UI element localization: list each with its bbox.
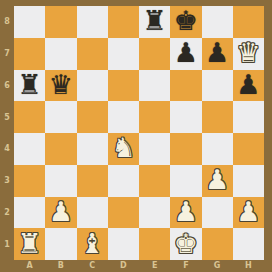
- white-king: ♚: [174, 230, 198, 257]
- square-a1[interactable]: ♜: [14, 228, 45, 260]
- white-pawn: ♟: [49, 198, 73, 225]
- square-h1[interactable]: [233, 228, 264, 260]
- file-label-f: F: [170, 258, 201, 272]
- square-d6[interactable]: [108, 70, 139, 102]
- square-g3[interactable]: ♟: [202, 165, 233, 197]
- black-rook: ♜: [18, 71, 42, 98]
- square-c7[interactable]: [77, 38, 108, 70]
- square-h4[interactable]: [233, 133, 264, 165]
- square-g1[interactable]: [202, 228, 233, 260]
- chess-diagram: 87654321 ♜♚♟♟♛♜♛♟♞♟♟♟♟♜♝♚ ABCDEFGH: [0, 0, 272, 272]
- rank-label-1: 1: [0, 228, 14, 260]
- square-d1[interactable]: [108, 228, 139, 260]
- white-rook: ♜: [18, 230, 42, 257]
- square-b2[interactable]: ♟: [45, 197, 76, 229]
- square-h2[interactable]: ♟: [233, 197, 264, 229]
- file-labels: ABCDEFGH: [14, 258, 264, 272]
- file-label-a: A: [14, 258, 45, 272]
- square-c1[interactable]: ♝: [77, 228, 108, 260]
- rank-label-7: 7: [0, 38, 14, 70]
- square-b6[interactable]: ♛: [45, 70, 76, 102]
- square-f6[interactable]: [170, 70, 201, 102]
- square-e8[interactable]: ♜: [139, 6, 170, 38]
- square-g2[interactable]: [202, 197, 233, 229]
- square-d7[interactable]: [108, 38, 139, 70]
- square-f3[interactable]: [170, 165, 201, 197]
- white-pawn: ♟: [236, 198, 260, 225]
- square-f4[interactable]: [170, 133, 201, 165]
- file-label-g: G: [202, 258, 233, 272]
- square-f7[interactable]: ♟: [170, 38, 201, 70]
- square-a6[interactable]: ♜: [14, 70, 45, 102]
- square-a7[interactable]: [14, 38, 45, 70]
- file-label-e: E: [139, 258, 170, 272]
- square-h3[interactable]: [233, 165, 264, 197]
- square-b5[interactable]: [45, 101, 76, 133]
- rank-label-8: 8: [0, 6, 14, 38]
- square-d3[interactable]: [108, 165, 139, 197]
- square-g5[interactable]: [202, 101, 233, 133]
- square-g7[interactable]: ♟: [202, 38, 233, 70]
- rank-label-2: 2: [0, 197, 14, 229]
- rank-label-6: 6: [0, 70, 14, 102]
- square-f2[interactable]: ♟: [170, 197, 201, 229]
- square-e6[interactable]: [139, 70, 170, 102]
- white-knight: ♞: [111, 134, 135, 161]
- square-c5[interactable]: [77, 101, 108, 133]
- square-f8[interactable]: ♚: [170, 6, 201, 38]
- square-e5[interactable]: [139, 101, 170, 133]
- square-a3[interactable]: [14, 165, 45, 197]
- white-bishop: ♝: [80, 230, 104, 257]
- square-d8[interactable]: [108, 6, 139, 38]
- square-a2[interactable]: [14, 197, 45, 229]
- black-pawn: ♟: [205, 39, 229, 66]
- square-b3[interactable]: [45, 165, 76, 197]
- black-queen: ♛: [49, 71, 73, 98]
- square-e4[interactable]: [139, 133, 170, 165]
- rank-label-4: 4: [0, 133, 14, 165]
- square-b7[interactable]: [45, 38, 76, 70]
- black-king: ♚: [174, 7, 198, 34]
- square-d4[interactable]: ♞: [108, 133, 139, 165]
- file-label-b: B: [45, 258, 76, 272]
- square-b4[interactable]: [45, 133, 76, 165]
- square-b8[interactable]: [45, 6, 76, 38]
- chess-board: ♜♚♟♟♛♜♛♟♞♟♟♟♟♜♝♚: [14, 6, 264, 260]
- rank-label-3: 3: [0, 165, 14, 197]
- square-c4[interactable]: [77, 133, 108, 165]
- square-a4[interactable]: [14, 133, 45, 165]
- black-pawn: ♟: [236, 71, 260, 98]
- white-queen: ♛: [236, 39, 260, 66]
- rank-label-5: 5: [0, 101, 14, 133]
- square-g8[interactable]: [202, 6, 233, 38]
- square-b1[interactable]: [45, 228, 76, 260]
- square-g4[interactable]: [202, 133, 233, 165]
- white-pawn: ♟: [205, 166, 229, 193]
- file-label-d: D: [108, 258, 139, 272]
- black-rook: ♜: [143, 7, 167, 34]
- white-pawn: ♟: [174, 198, 198, 225]
- square-e2[interactable]: [139, 197, 170, 229]
- square-e1[interactable]: [139, 228, 170, 260]
- square-c2[interactable]: [77, 197, 108, 229]
- square-h5[interactable]: [233, 101, 264, 133]
- file-label-h: H: [233, 258, 264, 272]
- square-d5[interactable]: [108, 101, 139, 133]
- square-a8[interactable]: [14, 6, 45, 38]
- square-e3[interactable]: [139, 165, 170, 197]
- square-h7[interactable]: ♛: [233, 38, 264, 70]
- square-g6[interactable]: [202, 70, 233, 102]
- square-a5[interactable]: [14, 101, 45, 133]
- square-c6[interactable]: [77, 70, 108, 102]
- file-label-c: C: [77, 258, 108, 272]
- square-e7[interactable]: [139, 38, 170, 70]
- square-c3[interactable]: [77, 165, 108, 197]
- square-h8[interactable]: [233, 6, 264, 38]
- square-d2[interactable]: [108, 197, 139, 229]
- rank-labels: 87654321: [0, 6, 14, 260]
- square-h6[interactable]: ♟: [233, 70, 264, 102]
- square-f1[interactable]: ♚: [170, 228, 201, 260]
- square-f5[interactable]: [170, 101, 201, 133]
- square-c8[interactable]: [77, 6, 108, 38]
- black-pawn: ♟: [174, 39, 198, 66]
